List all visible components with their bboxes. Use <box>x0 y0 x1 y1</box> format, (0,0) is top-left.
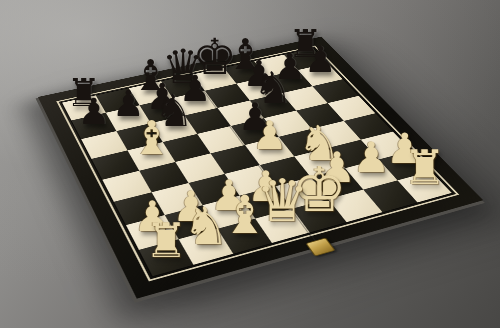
white-pawn-e4[interactable]: ♟ <box>252 116 287 155</box>
white-rook-h1[interactable]: ♜ <box>403 144 446 192</box>
white-knight-b1[interactable]: ♞ <box>183 201 229 253</box>
photo-scene: ♜♞♝♛♚♜♞♝♟♟♟♟♟♟♟♟♜♝♛♚♝♜♞♞♟♟♟♟♟♟♟♟ <box>0 0 500 328</box>
brass-clasp-icon <box>305 238 335 257</box>
white-pawn-g2[interactable]: ♟ <box>353 137 391 179</box>
black-pawn-a7[interactable]: ♟ <box>78 94 110 130</box>
white-bishop-b5[interactable]: ♝ <box>131 115 173 161</box>
black-pawn-h7[interactable]: ♟ <box>304 43 336 79</box>
white-rook-a1[interactable]: ♜ <box>145 216 188 264</box>
